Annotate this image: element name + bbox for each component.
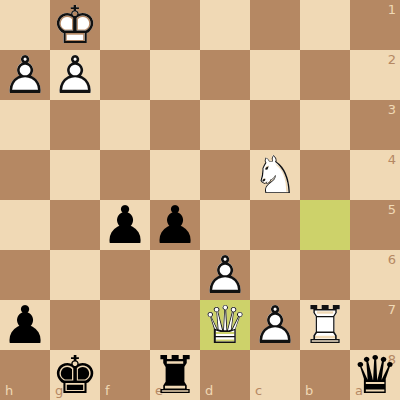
rank-label-3: 3 bbox=[388, 103, 396, 116]
rank-label-5: 5 bbox=[388, 203, 396, 216]
square-a4[interactable]: 4 bbox=[350, 150, 400, 200]
piece-glyph: ♟ bbox=[100, 200, 150, 250]
square-a5[interactable]: 5 bbox=[350, 200, 400, 250]
square-h3[interactable] bbox=[0, 100, 50, 150]
square-g4[interactable] bbox=[50, 150, 100, 200]
square-b7[interactable]: ♜♖ bbox=[300, 300, 350, 350]
square-d1[interactable] bbox=[200, 0, 250, 50]
file-label-h: h bbox=[5, 384, 13, 397]
file-label-f: f bbox=[105, 384, 110, 397]
square-b1[interactable] bbox=[300, 0, 350, 50]
piece-glyph: ♟ bbox=[0, 300, 50, 350]
white-pawn-piece[interactable]: ♟♙ bbox=[250, 300, 300, 350]
rank-label-7: 7 bbox=[388, 303, 396, 316]
piece-outline-glyph: ♙ bbox=[50, 50, 100, 100]
piece-glyph: ♛ bbox=[350, 350, 400, 400]
square-g1[interactable]: ♚♔ bbox=[50, 0, 100, 50]
white-queen-piece[interactable]: ♛♕ bbox=[200, 300, 250, 350]
square-d8[interactable]: d bbox=[200, 350, 250, 400]
square-f4[interactable] bbox=[100, 150, 150, 200]
black-king-piece[interactable]: ♚ bbox=[50, 350, 100, 400]
piece-glyph: ♚ bbox=[50, 350, 100, 400]
square-h7[interactable]: ♟ bbox=[0, 300, 50, 350]
white-pawn-piece[interactable]: ♟♙ bbox=[200, 250, 250, 300]
black-pawn-piece[interactable]: ♟ bbox=[150, 200, 200, 250]
square-a1[interactable]: 1 bbox=[350, 0, 400, 50]
square-g3[interactable] bbox=[50, 100, 100, 150]
square-h8[interactable]: h bbox=[0, 350, 50, 400]
square-g6[interactable] bbox=[50, 250, 100, 300]
piece-outline-glyph: ♙ bbox=[200, 250, 250, 300]
rank-label-1: 1 bbox=[388, 3, 396, 16]
square-c8[interactable]: c bbox=[250, 350, 300, 400]
square-f5[interactable]: ♟ bbox=[100, 200, 150, 250]
square-h4[interactable] bbox=[0, 150, 50, 200]
black-queen-piece[interactable]: ♛ bbox=[350, 350, 400, 400]
white-pawn-piece[interactable]: ♟♙ bbox=[0, 50, 50, 100]
piece-outline-glyph: ♕ bbox=[200, 300, 250, 350]
square-b8[interactable]: b bbox=[300, 350, 350, 400]
square-g2[interactable]: ♟♙ bbox=[50, 50, 100, 100]
white-king-piece[interactable]: ♚♔ bbox=[50, 0, 100, 50]
square-h2[interactable]: ♟♙ bbox=[0, 50, 50, 100]
square-e6[interactable] bbox=[150, 250, 200, 300]
square-e2[interactable] bbox=[150, 50, 200, 100]
square-a3[interactable]: 3 bbox=[350, 100, 400, 150]
rank-label-2: 2 bbox=[388, 53, 396, 66]
square-f2[interactable] bbox=[100, 50, 150, 100]
piece-outline-glyph: ♘ bbox=[250, 150, 300, 200]
square-h6[interactable] bbox=[0, 250, 50, 300]
file-label-b: b bbox=[305, 384, 313, 397]
square-b5[interactable] bbox=[300, 200, 350, 250]
piece-glyph: ♜ bbox=[150, 350, 200, 400]
square-d6[interactable]: ♟♙ bbox=[200, 250, 250, 300]
square-h5[interactable] bbox=[0, 200, 50, 250]
square-e3[interactable] bbox=[150, 100, 200, 150]
chess-board: ♚♔1♟♙♟♙23♞♘4♟♟5♟♙6♟♛♕♟♙♜♖7hg♚fe♜dcb8a♛ bbox=[0, 0, 400, 400]
black-rook-piece[interactable]: ♜ bbox=[150, 350, 200, 400]
square-e1[interactable] bbox=[150, 0, 200, 50]
square-h1[interactable] bbox=[0, 0, 50, 50]
square-d4[interactable] bbox=[200, 150, 250, 200]
square-e5[interactable]: ♟ bbox=[150, 200, 200, 250]
square-f1[interactable] bbox=[100, 0, 150, 50]
square-f6[interactable] bbox=[100, 250, 150, 300]
square-d7[interactable]: ♛♕ bbox=[200, 300, 250, 350]
square-a8[interactable]: 8a♛ bbox=[350, 350, 400, 400]
square-e4[interactable] bbox=[150, 150, 200, 200]
square-d2[interactable] bbox=[200, 50, 250, 100]
piece-outline-glyph: ♖ bbox=[300, 300, 350, 350]
square-b2[interactable] bbox=[300, 50, 350, 100]
square-f3[interactable] bbox=[100, 100, 150, 150]
square-c5[interactable] bbox=[250, 200, 300, 250]
square-d5[interactable] bbox=[200, 200, 250, 250]
square-f7[interactable] bbox=[100, 300, 150, 350]
piece-outline-glyph: ♔ bbox=[50, 0, 100, 50]
black-pawn-piece[interactable]: ♟ bbox=[0, 300, 50, 350]
white-knight-piece[interactable]: ♞♘ bbox=[250, 150, 300, 200]
black-pawn-piece[interactable]: ♟ bbox=[100, 200, 150, 250]
square-c6[interactable] bbox=[250, 250, 300, 300]
square-a6[interactable]: 6 bbox=[350, 250, 400, 300]
square-g8[interactable]: g♚ bbox=[50, 350, 100, 400]
square-c4[interactable]: ♞♘ bbox=[250, 150, 300, 200]
square-c2[interactable] bbox=[250, 50, 300, 100]
piece-glyph: ♟ bbox=[150, 200, 200, 250]
square-b6[interactable] bbox=[300, 250, 350, 300]
square-g5[interactable] bbox=[50, 200, 100, 250]
square-a7[interactable]: 7 bbox=[350, 300, 400, 350]
piece-outline-glyph: ♙ bbox=[0, 50, 50, 100]
square-b3[interactable] bbox=[300, 100, 350, 150]
piece-outline-glyph: ♙ bbox=[250, 300, 300, 350]
square-c1[interactable] bbox=[250, 0, 300, 50]
file-label-c: c bbox=[255, 384, 262, 397]
square-b4[interactable] bbox=[300, 150, 350, 200]
square-d3[interactable] bbox=[200, 100, 250, 150]
square-c3[interactable] bbox=[250, 100, 300, 150]
white-rook-piece[interactable]: ♜♖ bbox=[300, 300, 350, 350]
square-a2[interactable]: 2 bbox=[350, 50, 400, 100]
square-g7[interactable] bbox=[50, 300, 100, 350]
rank-label-6: 6 bbox=[388, 253, 396, 266]
square-c7[interactable]: ♟♙ bbox=[250, 300, 300, 350]
white-pawn-piece[interactable]: ♟♙ bbox=[50, 50, 100, 100]
square-e7[interactable] bbox=[150, 300, 200, 350]
rank-label-4: 4 bbox=[388, 153, 396, 166]
file-label-d: d bbox=[205, 384, 213, 397]
square-f8[interactable]: f bbox=[100, 350, 150, 400]
square-e8[interactable]: e♜ bbox=[150, 350, 200, 400]
